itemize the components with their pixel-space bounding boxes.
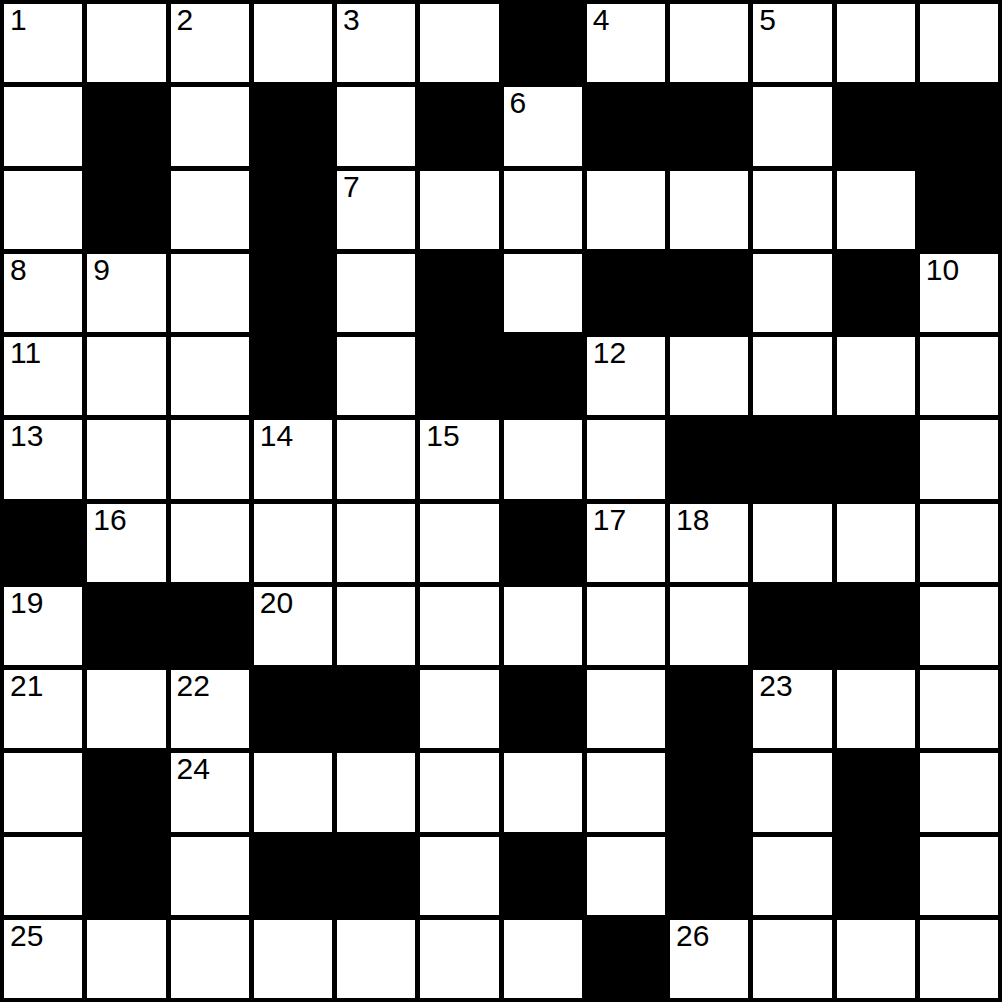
letter-cell[interactable] — [753, 504, 831, 582]
clue-number: 1 — [10, 5, 27, 35]
letter-cell[interactable] — [337, 920, 415, 998]
letter-cell[interactable] — [337, 254, 415, 332]
black-cell — [420, 337, 498, 415]
letter-cell[interactable] — [337, 504, 415, 582]
letter-cell[interactable] — [171, 837, 249, 915]
clue-number: 23 — [759, 671, 792, 701]
letter-cell[interactable]: 9 — [87, 254, 165, 332]
letter-cell[interactable] — [420, 670, 498, 748]
letter-cell[interactable] — [171, 920, 249, 998]
black-cell — [504, 337, 582, 415]
letter-cell[interactable] — [587, 670, 665, 748]
letter-cell[interactable]: 22 — [171, 670, 249, 748]
black-cell — [87, 587, 165, 665]
letter-cell[interactable] — [837, 920, 915, 998]
letter-cell[interactable] — [171, 420, 249, 498]
letter-cell[interactable]: 25 — [4, 920, 82, 998]
black-cell — [837, 254, 915, 332]
letter-cell[interactable]: 2 — [171, 4, 249, 82]
letter-cell[interactable] — [337, 87, 415, 165]
black-cell — [670, 753, 748, 831]
letter-cell[interactable] — [920, 670, 998, 748]
letter-cell[interactable] — [254, 753, 332, 831]
letter-cell[interactable] — [254, 504, 332, 582]
letter-cell[interactable] — [171, 504, 249, 582]
clue-number: 8 — [10, 255, 27, 285]
black-cell — [254, 670, 332, 748]
letter-cell[interactable]: 19 — [4, 587, 82, 665]
black-cell — [87, 171, 165, 249]
letter-cell[interactable] — [337, 420, 415, 498]
clue-number: 4 — [593, 5, 610, 35]
black-cell — [837, 753, 915, 831]
black-cell — [337, 670, 415, 748]
letter-cell[interactable] — [254, 920, 332, 998]
clue-number: 10 — [926, 255, 959, 285]
clue-number: 7 — [343, 172, 360, 202]
black-cell — [420, 254, 498, 332]
letter-cell[interactable] — [4, 837, 82, 915]
crossword-grid: 1234567891011121314151617181920212223242… — [0, 0, 1002, 1002]
letter-cell[interactable] — [837, 171, 915, 249]
letter-cell[interactable]: 14 — [254, 420, 332, 498]
letter-cell[interactable]: 3 — [337, 4, 415, 82]
letter-cell[interactable] — [753, 87, 831, 165]
letter-cell[interactable] — [420, 753, 498, 831]
black-cell — [837, 87, 915, 165]
letter-cell[interactable] — [420, 171, 498, 249]
letter-cell[interactable] — [920, 837, 998, 915]
clue-number: 18 — [676, 505, 709, 535]
letter-cell[interactable] — [670, 4, 748, 82]
black-cell — [670, 254, 748, 332]
letter-cell[interactable] — [337, 337, 415, 415]
letter-cell[interactable] — [753, 254, 831, 332]
letter-cell[interactable]: 15 — [420, 420, 498, 498]
letter-cell[interactable]: 8 — [4, 254, 82, 332]
black-cell — [670, 670, 748, 748]
black-cell — [87, 837, 165, 915]
black-cell — [920, 87, 998, 165]
black-cell — [837, 587, 915, 665]
letter-cell[interactable]: 18 — [670, 504, 748, 582]
letter-cell[interactable]: 10 — [920, 254, 998, 332]
letter-cell[interactable] — [837, 4, 915, 82]
letter-cell[interactable] — [504, 171, 582, 249]
clue-number: 14 — [260, 421, 293, 451]
black-cell — [254, 87, 332, 165]
letter-cell[interactable] — [420, 587, 498, 665]
letter-cell[interactable]: 23 — [753, 670, 831, 748]
letter-cell[interactable] — [753, 337, 831, 415]
letter-cell[interactable]: 5 — [753, 4, 831, 82]
black-cell — [837, 420, 915, 498]
letter-cell[interactable]: 7 — [337, 171, 415, 249]
black-cell — [587, 254, 665, 332]
letter-cell[interactable] — [837, 337, 915, 415]
letter-cell[interactable] — [171, 254, 249, 332]
crossword-puzzle: 1234567891011121314151617181920212223242… — [0, 0, 1002, 1002]
black-cell — [920, 171, 998, 249]
clue-number: 13 — [10, 421, 43, 451]
black-cell — [504, 4, 582, 82]
letter-cell[interactable] — [171, 171, 249, 249]
clue-number: 2 — [177, 5, 194, 35]
letter-cell[interactable]: 12 — [587, 337, 665, 415]
letter-cell[interactable] — [753, 837, 831, 915]
black-cell — [587, 87, 665, 165]
letter-cell[interactable] — [337, 587, 415, 665]
clue-number: 12 — [593, 338, 626, 368]
black-cell — [504, 670, 582, 748]
black-cell — [504, 504, 582, 582]
letter-cell[interactable] — [670, 587, 748, 665]
letter-cell[interactable]: 20 — [254, 587, 332, 665]
letter-cell[interactable] — [504, 587, 582, 665]
clue-number: 26 — [676, 921, 709, 951]
letter-cell[interactable]: 4 — [587, 4, 665, 82]
letter-cell[interactable]: 6 — [504, 87, 582, 165]
letter-cell[interactable] — [4, 87, 82, 165]
black-cell — [254, 254, 332, 332]
letter-cell[interactable] — [504, 254, 582, 332]
clue-number: 24 — [177, 754, 210, 784]
black-cell — [670, 837, 748, 915]
letter-cell[interactable] — [920, 920, 998, 998]
letter-cell[interactable] — [670, 337, 748, 415]
clue-number: 22 — [177, 671, 210, 701]
letter-cell[interactable] — [753, 171, 831, 249]
letter-cell[interactable] — [87, 4, 165, 82]
clue-number: 19 — [10, 588, 43, 618]
letter-cell[interactable]: 24 — [171, 753, 249, 831]
letter-cell[interactable] — [837, 670, 915, 748]
black-cell — [587, 920, 665, 998]
letter-cell[interactable] — [920, 337, 998, 415]
black-cell — [87, 87, 165, 165]
letter-cell[interactable] — [587, 753, 665, 831]
clue-number: 21 — [10, 671, 43, 701]
letter-cell[interactable] — [670, 171, 748, 249]
black-cell — [254, 337, 332, 415]
clue-number: 11 — [10, 338, 41, 368]
clue-number: 15 — [426, 421, 459, 451]
black-cell — [504, 837, 582, 915]
letter-cell[interactable]: 21 — [4, 670, 82, 748]
black-cell — [753, 587, 831, 665]
letter-cell[interactable] — [171, 337, 249, 415]
letter-cell[interactable]: 1 — [4, 4, 82, 82]
letter-cell[interactable] — [587, 587, 665, 665]
black-cell — [337, 837, 415, 915]
letter-cell[interactable] — [420, 4, 498, 82]
letter-cell[interactable] — [587, 171, 665, 249]
letter-cell[interactable] — [920, 587, 998, 665]
black-cell — [87, 753, 165, 831]
letter-cell[interactable] — [753, 920, 831, 998]
letter-cell[interactable] — [4, 171, 82, 249]
letter-cell[interactable]: 17 — [587, 504, 665, 582]
letter-cell[interactable] — [587, 420, 665, 498]
black-cell — [753, 420, 831, 498]
letter-cell[interactable] — [920, 4, 998, 82]
letter-cell[interactable] — [87, 670, 165, 748]
letter-cell[interactable] — [920, 753, 998, 831]
letter-cell[interactable] — [504, 753, 582, 831]
letter-cell[interactable]: 16 — [87, 504, 165, 582]
letter-cell[interactable] — [420, 504, 498, 582]
clue-number: 25 — [10, 921, 43, 951]
letter-cell[interactable] — [171, 87, 249, 165]
letter-cell[interactable]: 11 — [4, 337, 82, 415]
black-cell — [254, 837, 332, 915]
clue-number: 17 — [593, 505, 626, 535]
clue-number: 5 — [759, 5, 776, 35]
black-cell — [670, 420, 748, 498]
letter-cell[interactable] — [420, 920, 498, 998]
letter-cell[interactable]: 26 — [670, 920, 748, 998]
clue-number: 16 — [93, 505, 126, 535]
letter-cell[interactable] — [753, 753, 831, 831]
black-cell — [4, 504, 82, 582]
letter-cell[interactable] — [337, 753, 415, 831]
letter-cell[interactable]: 13 — [4, 420, 82, 498]
letter-cell[interactable] — [87, 420, 165, 498]
clue-number: 6 — [510, 88, 527, 118]
black-cell — [837, 837, 915, 915]
letter-cell[interactable] — [420, 837, 498, 915]
black-cell — [254, 171, 332, 249]
letter-cell[interactable] — [504, 420, 582, 498]
clue-number: 20 — [260, 588, 293, 618]
black-cell — [171, 587, 249, 665]
letter-cell[interactable] — [837, 504, 915, 582]
black-cell — [670, 87, 748, 165]
letter-cell[interactable] — [87, 920, 165, 998]
clue-number: 3 — [343, 5, 360, 35]
letter-cell[interactable] — [920, 504, 998, 582]
black-cell — [420, 87, 498, 165]
letter-cell[interactable] — [587, 837, 665, 915]
letter-cell[interactable] — [504, 920, 582, 998]
clue-number: 9 — [93, 255, 110, 285]
letter-cell[interactable] — [920, 420, 998, 498]
letter-cell[interactable] — [254, 4, 332, 82]
letter-cell[interactable] — [87, 337, 165, 415]
letter-cell[interactable] — [4, 753, 82, 831]
